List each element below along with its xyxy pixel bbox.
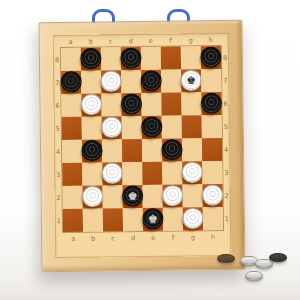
white-man-h2[interactable] bbox=[202, 184, 223, 205]
rank-label-4: 4 bbox=[222, 138, 230, 161]
rank-label-6: 6 bbox=[53, 94, 61, 117]
square-h1 bbox=[203, 207, 223, 230]
square-g8 bbox=[181, 46, 201, 69]
square-d2: ♚ bbox=[122, 185, 142, 208]
square-b6 bbox=[81, 93, 101, 116]
square-b2 bbox=[82, 185, 102, 208]
square-c6 bbox=[101, 93, 121, 116]
square-h3 bbox=[202, 161, 222, 184]
square-g7: ♚ bbox=[181, 69, 201, 92]
square-h8 bbox=[201, 46, 221, 69]
rank-label-5: 5 bbox=[54, 117, 62, 140]
square-b3 bbox=[82, 162, 102, 185]
black-man-e5[interactable] bbox=[141, 116, 162, 137]
file-label-c: c bbox=[101, 36, 121, 46]
king-crown-icon: ♚ bbox=[182, 71, 201, 90]
white-man-c3[interactable] bbox=[102, 163, 123, 184]
square-a7 bbox=[61, 71, 81, 94]
rank-label-3: 3 bbox=[222, 161, 230, 184]
rank-label-1: 1 bbox=[55, 209, 63, 232]
product-photo: abcdefgh 87654321 ♚♚♚ 87654321 abcdefgh bbox=[0, 0, 300, 300]
file-label-g: g bbox=[183, 232, 203, 242]
file-label-f: f bbox=[161, 36, 181, 46]
rank-label-8: 8 bbox=[221, 46, 229, 69]
square-h2 bbox=[202, 184, 222, 207]
square-a3 bbox=[62, 163, 82, 186]
file-label-a: a bbox=[63, 234, 83, 244]
square-g2 bbox=[182, 184, 202, 207]
square-h6 bbox=[201, 92, 221, 115]
black-man-e7[interactable] bbox=[141, 70, 162, 91]
white-man-g1[interactable] bbox=[182, 208, 203, 229]
square-h4 bbox=[202, 138, 222, 161]
square-e8 bbox=[141, 47, 161, 70]
white-man-b2[interactable] bbox=[82, 186, 103, 207]
rank-labels-right: 87654321 bbox=[221, 46, 231, 230]
square-e2 bbox=[142, 185, 162, 208]
square-f3 bbox=[162, 162, 182, 185]
white-man-g3[interactable] bbox=[182, 162, 203, 183]
square-d5 bbox=[122, 116, 142, 139]
king-crown-icon: ♚ bbox=[123, 186, 142, 205]
square-e6 bbox=[141, 93, 161, 116]
square-g5 bbox=[182, 115, 202, 138]
loose-piece-4[interactable] bbox=[269, 253, 287, 262]
black-man-a7[interactable] bbox=[61, 71, 82, 92]
square-b4 bbox=[82, 139, 102, 162]
rank-label-5: 5 bbox=[222, 115, 230, 138]
square-g3 bbox=[182, 161, 202, 184]
square-c1 bbox=[103, 208, 123, 231]
black-man-b4[interactable] bbox=[81, 140, 102, 161]
file-labels-top: abcdefgh bbox=[61, 35, 221, 47]
rank-label-3: 3 bbox=[54, 163, 62, 186]
file-label-f: f bbox=[163, 233, 183, 243]
black-man-f4[interactable] bbox=[161, 139, 182, 160]
rank-label-2: 2 bbox=[54, 186, 62, 209]
square-g4 bbox=[182, 138, 202, 161]
rank-label-6: 6 bbox=[221, 92, 229, 115]
square-g1 bbox=[183, 207, 203, 230]
square-g6 bbox=[181, 92, 201, 115]
file-label-h: h bbox=[203, 232, 223, 242]
square-h7 bbox=[201, 69, 221, 92]
square-a6 bbox=[61, 94, 81, 117]
board-grid: ♚♚♚ bbox=[61, 46, 223, 232]
square-a5 bbox=[62, 117, 82, 140]
file-labels-bottom: abcdefgh bbox=[63, 232, 223, 244]
file-label-d: d bbox=[121, 36, 141, 46]
square-b1 bbox=[83, 208, 103, 231]
rank-label-7: 7 bbox=[221, 69, 229, 92]
square-f6 bbox=[161, 93, 181, 116]
square-f4 bbox=[162, 139, 182, 162]
file-label-d: d bbox=[123, 233, 143, 243]
file-label-a: a bbox=[61, 37, 81, 47]
square-f2 bbox=[162, 185, 182, 208]
file-label-g: g bbox=[181, 35, 201, 45]
square-c5 bbox=[102, 116, 122, 139]
rank-label-8: 8 bbox=[53, 48, 61, 71]
file-label-h: h bbox=[201, 35, 221, 45]
square-d8 bbox=[121, 47, 141, 70]
square-e1: ♚ bbox=[143, 208, 163, 231]
white-man-f2[interactable] bbox=[162, 185, 183, 206]
square-c2 bbox=[102, 185, 122, 208]
white-man-c7[interactable] bbox=[101, 71, 122, 92]
black-man-d8[interactable] bbox=[120, 47, 141, 68]
square-c8 bbox=[101, 47, 121, 70]
square-a8 bbox=[61, 48, 81, 71]
board-frame: abcdefgh 87654321 ♚♚♚ 87654321 abcdefgh bbox=[38, 20, 245, 272]
white-man-b6[interactable] bbox=[81, 94, 102, 115]
rank-label-1: 1 bbox=[223, 207, 231, 230]
rank-label-2: 2 bbox=[222, 184, 230, 207]
black-man-b8[interactable] bbox=[80, 48, 101, 69]
rank-label-4: 4 bbox=[54, 140, 62, 163]
file-label-b: b bbox=[83, 233, 103, 243]
file-label-e: e bbox=[141, 36, 161, 46]
square-d7 bbox=[121, 70, 141, 93]
square-f7 bbox=[161, 70, 181, 93]
square-e7 bbox=[141, 70, 161, 93]
black-man-h8[interactable] bbox=[200, 46, 221, 67]
square-c7 bbox=[101, 70, 121, 93]
square-b5 bbox=[82, 116, 102, 139]
square-a1 bbox=[63, 209, 83, 232]
white-man-c5[interactable] bbox=[101, 117, 122, 138]
square-a2 bbox=[62, 186, 82, 209]
square-c4 bbox=[102, 139, 122, 162]
square-e3 bbox=[142, 162, 162, 185]
white-king-g7[interactable]: ♚ bbox=[181, 70, 202, 91]
square-f8 bbox=[161, 47, 181, 70]
black-man-h6[interactable] bbox=[201, 92, 222, 113]
black-man-d6[interactable] bbox=[121, 93, 142, 114]
square-a4 bbox=[62, 140, 82, 163]
loose-piece-1[interactable] bbox=[217, 254, 235, 263]
square-f1 bbox=[163, 208, 183, 231]
square-d1 bbox=[123, 208, 143, 231]
square-d3 bbox=[122, 162, 142, 185]
king-crown-icon: ♚ bbox=[143, 209, 162, 228]
square-d6 bbox=[121, 93, 141, 116]
square-b7 bbox=[81, 70, 101, 93]
black-king-e1[interactable]: ♚ bbox=[142, 208, 163, 229]
square-c3 bbox=[102, 162, 122, 185]
square-b8 bbox=[81, 47, 101, 70]
black-king-d2[interactable]: ♚ bbox=[122, 185, 143, 206]
square-h5 bbox=[202, 115, 222, 138]
loose-piece-5[interactable] bbox=[245, 271, 263, 280]
square-f5 bbox=[162, 116, 182, 139]
file-label-e: e bbox=[143, 233, 163, 243]
square-d4 bbox=[122, 139, 142, 162]
file-label-b: b bbox=[81, 36, 101, 46]
board-field: abcdefgh 87654321 ♚♚♚ 87654321 abcdefgh bbox=[53, 33, 232, 258]
square-e5 bbox=[142, 116, 162, 139]
square-e4 bbox=[142, 139, 162, 162]
file-label-c: c bbox=[103, 233, 123, 243]
